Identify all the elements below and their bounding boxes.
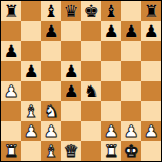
black-bishop-piece: ♝ [43, 1, 58, 21]
black-pawn-piece: ♟ [123, 21, 138, 41]
black-rook-piece: ♜ [143, 1, 158, 21]
black-bishop-piece: ♝ [103, 1, 118, 21]
white-pawn-piece: ♟ [123, 121, 138, 141]
square-f3[interactable] [101, 101, 121, 121]
square-d5[interactable]: ♟ [61, 61, 81, 81]
square-c2[interactable]: ♟ [41, 121, 61, 141]
white-bishop-piece: ♝ [23, 101, 38, 121]
black-pawn-piece: ♟ [103, 21, 118, 41]
white-king-piece: ♚ [123, 141, 138, 161]
square-b4[interactable] [21, 81, 41, 101]
square-b8[interactable] [21, 1, 41, 21]
square-f2[interactable]: ♟ [101, 121, 121, 141]
square-e4[interactable]: ♞ [81, 81, 101, 101]
square-h4[interactable] [141, 81, 161, 101]
square-a4[interactable]: ♟ [1, 81, 21, 101]
chess-board: ♜♝♛♚♝♜♟♟♟♟♟♟♟♟♟♞♝♞♟♟♟♟♟♜♝♛♜♚ [1, 1, 161, 161]
square-c5[interactable] [41, 61, 61, 81]
square-a2[interactable] [1, 121, 21, 141]
square-f5[interactable] [101, 61, 121, 81]
square-b5[interactable]: ♟ [21, 61, 41, 81]
black-pawn-piece: ♟ [63, 61, 78, 81]
square-g4[interactable] [121, 81, 141, 101]
square-f1[interactable]: ♜ [101, 141, 121, 161]
square-g8[interactable] [121, 1, 141, 21]
black-queen-piece: ♛ [63, 1, 78, 21]
square-h7[interactable]: ♟ [141, 21, 161, 41]
square-b1[interactable] [21, 141, 41, 161]
black-pawn-piece: ♟ [3, 41, 18, 61]
white-pawn-piece: ♟ [23, 121, 38, 141]
square-b7[interactable] [21, 21, 41, 41]
chess-board-frame: ♜♝♛♚♝♜♟♟♟♟♟♟♟♟♟♞♝♞♟♟♟♟♟♜♝♛♜♚ [0, 0, 162, 162]
square-e5[interactable] [81, 61, 101, 81]
square-a7[interactable] [1, 21, 21, 41]
square-g1[interactable]: ♚ [121, 141, 141, 161]
square-d1[interactable]: ♛ [61, 141, 81, 161]
black-pawn-piece: ♟ [23, 61, 38, 81]
white-bishop-piece: ♝ [43, 141, 58, 161]
square-b3[interactable]: ♝ [21, 101, 41, 121]
square-a3[interactable] [1, 101, 21, 121]
square-h5[interactable] [141, 61, 161, 81]
square-f6[interactable] [101, 41, 121, 61]
black-pawn-piece: ♟ [63, 81, 78, 101]
black-pawn-piece: ♟ [43, 21, 58, 41]
square-f4[interactable] [101, 81, 121, 101]
white-pawn-piece: ♟ [143, 121, 158, 141]
square-c8[interactable]: ♝ [41, 1, 61, 21]
square-a1[interactable]: ♜ [1, 141, 21, 161]
square-g2[interactable]: ♟ [121, 121, 141, 141]
square-c1[interactable]: ♝ [41, 141, 61, 161]
square-f7[interactable]: ♟ [101, 21, 121, 41]
square-h1[interactable] [141, 141, 161, 161]
white-knight-piece: ♞ [43, 101, 58, 121]
square-b6[interactable] [21, 41, 41, 61]
square-g5[interactable] [121, 61, 141, 81]
square-h2[interactable]: ♟ [141, 121, 161, 141]
square-d6[interactable] [61, 41, 81, 61]
white-pawn-piece: ♟ [43, 121, 58, 141]
black-pawn-piece: ♟ [143, 21, 158, 41]
square-a6[interactable]: ♟ [1, 41, 21, 61]
square-g6[interactable] [121, 41, 141, 61]
black-rook-piece: ♜ [3, 1, 18, 21]
square-h8[interactable]: ♜ [141, 1, 161, 21]
black-knight-piece: ♞ [83, 81, 98, 101]
square-c4[interactable] [41, 81, 61, 101]
white-queen-piece: ♛ [63, 141, 78, 161]
square-c6[interactable] [41, 41, 61, 61]
white-pawn-piece: ♟ [3, 81, 18, 101]
square-e1[interactable] [81, 141, 101, 161]
square-h3[interactable] [141, 101, 161, 121]
black-king-piece: ♚ [83, 1, 98, 21]
square-e3[interactable] [81, 101, 101, 121]
square-a5[interactable] [1, 61, 21, 81]
square-d7[interactable] [61, 21, 81, 41]
square-d4[interactable]: ♟ [61, 81, 81, 101]
square-d8[interactable]: ♛ [61, 1, 81, 21]
square-h6[interactable] [141, 41, 161, 61]
square-g3[interactable] [121, 101, 141, 121]
square-c3[interactable]: ♞ [41, 101, 61, 121]
square-b2[interactable]: ♟ [21, 121, 41, 141]
square-e2[interactable] [81, 121, 101, 141]
square-e6[interactable] [81, 41, 101, 61]
square-a8[interactable]: ♜ [1, 1, 21, 21]
square-c7[interactable]: ♟ [41, 21, 61, 41]
square-e8[interactable]: ♚ [81, 1, 101, 21]
white-rook-piece: ♜ [103, 141, 118, 161]
white-pawn-piece: ♟ [103, 121, 118, 141]
square-d2[interactable] [61, 121, 81, 141]
white-rook-piece: ♜ [3, 141, 18, 161]
square-g7[interactable]: ♟ [121, 21, 141, 41]
square-d3[interactable] [61, 101, 81, 121]
square-f8[interactable]: ♝ [101, 1, 121, 21]
square-e7[interactable] [81, 21, 101, 41]
